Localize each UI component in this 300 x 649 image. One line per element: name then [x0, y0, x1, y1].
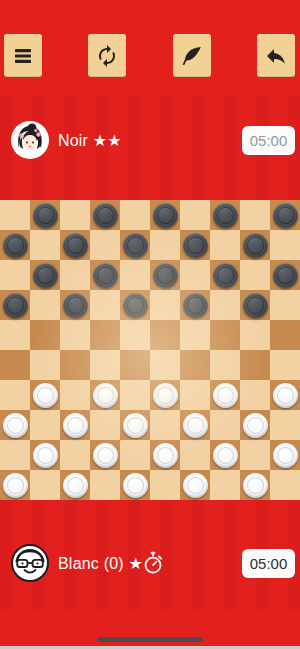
- black-piece[interactable]: [33, 203, 58, 228]
- square-r7c1[interactable]: [30, 410, 60, 440]
- square-r4c0[interactable]: [0, 320, 30, 350]
- square-r0c7[interactable]: [210, 200, 240, 230]
- undo-button[interactable]: [257, 34, 295, 77]
- square-r7c2[interactable]: [60, 410, 90, 440]
- square-r0c3[interactable]: [90, 200, 120, 230]
- white-piece[interactable]: [153, 443, 178, 468]
- square-r1c0[interactable]: [0, 230, 30, 260]
- square-r0c2[interactable]: [60, 200, 90, 230]
- square-r6c6[interactable]: [180, 380, 210, 410]
- square-r2c7[interactable]: [210, 260, 240, 290]
- square-r5c6[interactable]: [180, 350, 210, 380]
- notes-button[interactable]: [173, 34, 211, 77]
- black-piece[interactable]: [153, 203, 178, 228]
- square-r3c0[interactable]: [0, 290, 30, 320]
- white-piece[interactable]: [153, 383, 178, 408]
- white-piece[interactable]: [243, 473, 268, 498]
- player-bottom-avatar: [11, 544, 49, 582]
- white-piece[interactable]: [33, 383, 58, 408]
- square-r0c4[interactable]: [120, 200, 150, 230]
- square-r5c9[interactable]: [270, 350, 300, 380]
- square-r7c0[interactable]: [0, 410, 30, 440]
- square-r1c3[interactable]: [90, 230, 120, 260]
- square-r2c0[interactable]: [0, 260, 30, 290]
- player-bottom-name: Blanc (0) ★: [58, 554, 143, 573]
- black-piece[interactable]: [213, 203, 238, 228]
- square-r4c1[interactable]: [30, 320, 60, 350]
- square-r4c2[interactable]: [60, 320, 90, 350]
- square-r9c2[interactable]: [60, 470, 90, 500]
- square-r3c5[interactable]: [150, 290, 180, 320]
- square-r6c1[interactable]: [30, 380, 60, 410]
- black-piece[interactable]: [153, 263, 178, 288]
- square-r6c8[interactable]: [240, 380, 270, 410]
- square-r4c6[interactable]: [180, 320, 210, 350]
- square-r1c6[interactable]: [180, 230, 210, 260]
- white-piece[interactable]: [3, 473, 28, 498]
- square-r5c2[interactable]: [60, 350, 90, 380]
- app-screen: Noir ★★ 05:00 Blanc (0) ★: [0, 0, 300, 649]
- square-r5c3[interactable]: [90, 350, 120, 380]
- square-r6c5[interactable]: [150, 380, 180, 410]
- white-piece[interactable]: [123, 413, 148, 438]
- white-piece[interactable]: [273, 443, 298, 468]
- square-r8c2[interactable]: [60, 440, 90, 470]
- square-r6c2[interactable]: [60, 380, 90, 410]
- square-r8c1[interactable]: [30, 440, 60, 470]
- square-r2c2[interactable]: [60, 260, 90, 290]
- square-r3c6[interactable]: [180, 290, 210, 320]
- black-piece[interactable]: [213, 263, 238, 288]
- square-r3c9[interactable]: [270, 290, 300, 320]
- square-r2c4[interactable]: [120, 260, 150, 290]
- white-piece[interactable]: [273, 383, 298, 408]
- square-r4c4[interactable]: [120, 320, 150, 350]
- player-top-avatar: [11, 121, 49, 159]
- square-r1c4[interactable]: [120, 230, 150, 260]
- black-piece[interactable]: [273, 203, 298, 228]
- white-piece[interactable]: [33, 443, 58, 468]
- square-r0c5[interactable]: [150, 200, 180, 230]
- square-r4c9[interactable]: [270, 320, 300, 350]
- square-r6c3[interactable]: [90, 380, 120, 410]
- square-r3c8[interactable]: [240, 290, 270, 320]
- square-r7c3[interactable]: [90, 410, 120, 440]
- square-r8c9[interactable]: [270, 440, 300, 470]
- menu-icon: [11, 44, 35, 68]
- square-r1c1[interactable]: [30, 230, 60, 260]
- undo-icon: [264, 44, 288, 68]
- black-piece[interactable]: [183, 293, 208, 318]
- square-r1c9[interactable]: [270, 230, 300, 260]
- square-r3c1[interactable]: [30, 290, 60, 320]
- menu-button[interactable]: [4, 34, 42, 77]
- square-r5c1[interactable]: [30, 350, 60, 380]
- square-r0c1[interactable]: [30, 200, 60, 230]
- square-r9c4[interactable]: [120, 470, 150, 500]
- square-r3c3[interactable]: [90, 290, 120, 320]
- black-piece[interactable]: [3, 293, 28, 318]
- player-bottom-timer-value: 05:00: [250, 555, 288, 572]
- square-r9c6[interactable]: [180, 470, 210, 500]
- square-r9c7[interactable]: [210, 470, 240, 500]
- square-r0c8[interactable]: [240, 200, 270, 230]
- square-r7c5[interactable]: [150, 410, 180, 440]
- square-r3c4[interactable]: [120, 290, 150, 320]
- square-r8c5[interactable]: [150, 440, 180, 470]
- square-r7c9[interactable]: [270, 410, 300, 440]
- black-piece[interactable]: [273, 263, 298, 288]
- square-r4c8[interactable]: [240, 320, 270, 350]
- white-piece[interactable]: [243, 413, 268, 438]
- square-r2c3[interactable]: [90, 260, 120, 290]
- square-r7c6[interactable]: [180, 410, 210, 440]
- square-r6c7[interactable]: [210, 380, 240, 410]
- square-r2c8[interactable]: [240, 260, 270, 290]
- black-piece[interactable]: [93, 263, 118, 288]
- square-r8c7[interactable]: [210, 440, 240, 470]
- white-piece[interactable]: [63, 473, 88, 498]
- player-bottom: Blanc (0) ★ 05:00: [11, 543, 295, 583]
- white-piece[interactable]: [93, 383, 118, 408]
- black-piece[interactable]: [243, 233, 268, 258]
- square-r7c7[interactable]: [210, 410, 240, 440]
- player-bottom-timer: 05:00: [242, 549, 295, 578]
- feather-icon: [180, 44, 204, 68]
- square-r5c4[interactable]: [120, 350, 150, 380]
- square-r5c5[interactable]: [150, 350, 180, 380]
- square-r8c0[interactable]: [0, 440, 30, 470]
- black-piece[interactable]: [183, 233, 208, 258]
- square-r9c9[interactable]: [270, 470, 300, 500]
- square-r9c5[interactable]: [150, 470, 180, 500]
- player-top-name: Noir ★★: [58, 131, 122, 150]
- black-piece[interactable]: [63, 293, 88, 318]
- square-r1c7[interactable]: [210, 230, 240, 260]
- square-r9c1[interactable]: [30, 470, 60, 500]
- square-r0c9[interactable]: [270, 200, 300, 230]
- black-piece[interactable]: [33, 263, 58, 288]
- square-r8c3[interactable]: [90, 440, 120, 470]
- square-r8c4[interactable]: [120, 440, 150, 470]
- square-r9c0[interactable]: [0, 470, 30, 500]
- black-piece[interactable]: [123, 233, 148, 258]
- black-piece[interactable]: [93, 203, 118, 228]
- square-r0c6[interactable]: [180, 200, 210, 230]
- refresh-icon: [95, 44, 119, 68]
- white-piece[interactable]: [123, 473, 148, 498]
- draughts-board: [0, 200, 300, 500]
- square-r3c2[interactable]: [60, 290, 90, 320]
- square-r5c0[interactable]: [0, 350, 30, 380]
- square-r8c8[interactable]: [240, 440, 270, 470]
- home-indicator[interactable]: [97, 637, 203, 642]
- white-piece[interactable]: [63, 413, 88, 438]
- square-r1c5[interactable]: [150, 230, 180, 260]
- square-r5c7[interactable]: [210, 350, 240, 380]
- square-r9c3[interactable]: [90, 470, 120, 500]
- square-r9c8[interactable]: [240, 470, 270, 500]
- white-piece[interactable]: [183, 473, 208, 498]
- square-r7c4[interactable]: [120, 410, 150, 440]
- player-top-timer-value: 05:00: [250, 132, 288, 149]
- white-piece[interactable]: [93, 443, 118, 468]
- square-r6c4[interactable]: [120, 380, 150, 410]
- square-r4c5[interactable]: [150, 320, 180, 350]
- white-piece[interactable]: [3, 413, 28, 438]
- white-piece[interactable]: [213, 443, 238, 468]
- square-r7c8[interactable]: [240, 410, 270, 440]
- square-r6c9[interactable]: [270, 380, 300, 410]
- square-r3c7[interactable]: [210, 290, 240, 320]
- square-r4c7[interactable]: [210, 320, 240, 350]
- refresh-button[interactable]: [88, 34, 126, 77]
- square-r2c6[interactable]: [180, 260, 210, 290]
- square-r2c1[interactable]: [30, 260, 60, 290]
- white-piece[interactable]: [213, 383, 238, 408]
- white-piece[interactable]: [183, 413, 208, 438]
- black-piece[interactable]: [123, 293, 148, 318]
- square-r0c0[interactable]: [0, 200, 30, 230]
- player-top-timer: 05:00: [242, 126, 295, 155]
- player-top: Noir ★★ 05:00: [11, 120, 295, 160]
- square-r2c9[interactable]: [270, 260, 300, 290]
- square-r4c3[interactable]: [90, 320, 120, 350]
- black-piece[interactable]: [243, 293, 268, 318]
- square-r6c0[interactable]: [0, 380, 30, 410]
- square-r1c8[interactable]: [240, 230, 270, 260]
- black-piece[interactable]: [3, 233, 28, 258]
- toolbar: [4, 34, 295, 77]
- square-r8c6[interactable]: [180, 440, 210, 470]
- square-r1c2[interactable]: [60, 230, 90, 260]
- square-r5c8[interactable]: [240, 350, 270, 380]
- stopwatch-icon: [143, 551, 163, 575]
- black-piece[interactable]: [63, 233, 88, 258]
- square-r2c5[interactable]: [150, 260, 180, 290]
